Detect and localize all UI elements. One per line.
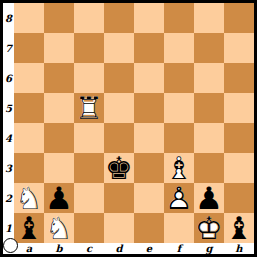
square-b7[interactable] (44, 33, 74, 63)
square-g4[interactable] (194, 123, 224, 153)
white-pawn[interactable]: ♟♙ (164, 183, 194, 213)
square-d8[interactable] (104, 3, 134, 33)
square-g2[interactable]: ♟ (194, 183, 224, 213)
square-a5[interactable] (14, 93, 44, 123)
square-h6[interactable] (224, 63, 254, 93)
square-e2[interactable] (134, 183, 164, 213)
white-king-glyph: ♚ (194, 213, 224, 243)
square-d4[interactable] (104, 123, 134, 153)
square-h3[interactable] (224, 153, 254, 183)
square-a7[interactable] (14, 33, 44, 63)
white-rook[interactable]: ♜♖ (74, 93, 104, 123)
square-f4[interactable] (164, 123, 194, 153)
rank-label-6: 6 (3, 63, 14, 93)
white-to-move-indicator (3, 238, 18, 253)
file-labels: abcdefgh (14, 243, 254, 254)
square-c8[interactable] (74, 3, 104, 33)
square-a8[interactable] (14, 3, 44, 33)
square-b8[interactable] (44, 3, 74, 33)
black-pawn[interactable]: ♟ (194, 183, 224, 213)
square-h1[interactable]: ♝ (224, 213, 254, 243)
square-c5[interactable]: ♜♖ (74, 93, 104, 123)
square-g5[interactable] (194, 93, 224, 123)
square-d6[interactable] (104, 63, 134, 93)
square-d2[interactable] (104, 183, 134, 213)
black-king[interactable]: ♚ (104, 153, 134, 183)
white-rook-outline: ♖ (74, 93, 104, 123)
square-e5[interactable] (134, 93, 164, 123)
white-king[interactable]: ♚♔ (194, 213, 224, 243)
square-c3[interactable] (74, 153, 104, 183)
square-b6[interactable] (44, 63, 74, 93)
white-pawn-glyph: ♟ (164, 183, 194, 213)
square-b2[interactable]: ♟ (44, 183, 74, 213)
rank-label-8: 8 (3, 3, 14, 33)
white-knight-glyph: ♞ (44, 213, 74, 243)
square-c2[interactable] (74, 183, 104, 213)
square-a4[interactable] (14, 123, 44, 153)
square-h4[interactable] (224, 123, 254, 153)
square-b4[interactable] (44, 123, 74, 153)
square-c1[interactable] (74, 213, 104, 243)
rank-label-4: 4 (3, 123, 14, 153)
square-e7[interactable] (134, 33, 164, 63)
white-bishop[interactable]: ♝♗ (164, 153, 194, 183)
white-king-outline: ♔ (194, 213, 224, 243)
white-knight[interactable]: ♞♘ (44, 213, 74, 243)
square-g3[interactable] (194, 153, 224, 183)
square-a6[interactable] (14, 63, 44, 93)
rank-label-5: 5 (3, 93, 14, 123)
square-c7[interactable] (74, 33, 104, 63)
square-g6[interactable] (194, 63, 224, 93)
file-label-a: a (14, 243, 44, 254)
square-d1[interactable] (104, 213, 134, 243)
square-b5[interactable] (44, 93, 74, 123)
square-g7[interactable] (194, 33, 224, 63)
white-rook-glyph: ♜ (74, 93, 104, 123)
square-a3[interactable] (14, 153, 44, 183)
square-e6[interactable] (134, 63, 164, 93)
white-knight-glyph: ♞ (14, 183, 44, 213)
square-c6[interactable] (74, 63, 104, 93)
black-bishop[interactable]: ♝ (14, 213, 44, 243)
square-a1[interactable]: ♝ (14, 213, 44, 243)
square-f8[interactable] (164, 3, 194, 33)
square-b1[interactable]: ♞♘ (44, 213, 74, 243)
square-d3[interactable]: ♚ (104, 153, 134, 183)
black-pawn[interactable]: ♟ (44, 183, 74, 213)
rank-label-3: 3 (3, 153, 14, 183)
chess-board: ♜♖♚♝♗♞♘♟♟♙♟♝♞♘♚♔♝ (14, 3, 254, 243)
square-f1[interactable] (164, 213, 194, 243)
black-bishop-glyph: ♝ (224, 213, 254, 243)
black-bishop[interactable]: ♝ (224, 213, 254, 243)
file-label-d: d (104, 243, 134, 254)
square-f3[interactable]: ♝♗ (164, 153, 194, 183)
square-h5[interactable] (224, 93, 254, 123)
rank-label-2: 2 (3, 183, 14, 213)
square-f2[interactable]: ♟♙ (164, 183, 194, 213)
square-h2[interactable] (224, 183, 254, 213)
white-pawn-outline: ♙ (164, 183, 194, 213)
square-d5[interactable] (104, 93, 134, 123)
square-c4[interactable] (74, 123, 104, 153)
square-d7[interactable] (104, 33, 134, 63)
file-label-c: c (74, 243, 104, 254)
square-f7[interactable] (164, 33, 194, 63)
file-label-b: b (44, 243, 74, 254)
square-h8[interactable] (224, 3, 254, 33)
white-bishop-outline: ♗ (164, 153, 194, 183)
square-f6[interactable] (164, 63, 194, 93)
white-knight-outline: ♘ (44, 213, 74, 243)
square-e1[interactable] (134, 213, 164, 243)
file-label-f: f (164, 243, 194, 254)
rank-label-7: 7 (3, 33, 14, 63)
square-e4[interactable] (134, 123, 164, 153)
white-knight[interactable]: ♞♘ (14, 183, 44, 213)
square-e3[interactable] (134, 153, 164, 183)
file-label-g: g (194, 243, 224, 254)
square-h7[interactable] (224, 33, 254, 63)
black-king-glyph: ♚ (104, 153, 134, 183)
white-bishop-glyph: ♝ (164, 153, 194, 183)
file-label-h: h (224, 243, 254, 254)
square-e8[interactable] (134, 3, 164, 33)
square-g1[interactable]: ♚♔ (194, 213, 224, 243)
black-bishop-glyph: ♝ (14, 213, 44, 243)
square-a2[interactable]: ♞♘ (14, 183, 44, 213)
rank-labels: 87654321 (3, 3, 14, 243)
file-label-e: e (134, 243, 164, 254)
square-f5[interactable] (164, 93, 194, 123)
black-pawn-glyph: ♟ (194, 183, 224, 213)
square-g8[interactable] (194, 3, 224, 33)
black-pawn-glyph: ♟ (44, 183, 74, 213)
chess-diagram: 87654321 ♜♖♚♝♗♞♘♟♟♙♟♝♞♘♚♔♝ abcdefgh (0, 0, 257, 257)
white-knight-outline: ♘ (14, 183, 44, 213)
square-b3[interactable] (44, 153, 74, 183)
